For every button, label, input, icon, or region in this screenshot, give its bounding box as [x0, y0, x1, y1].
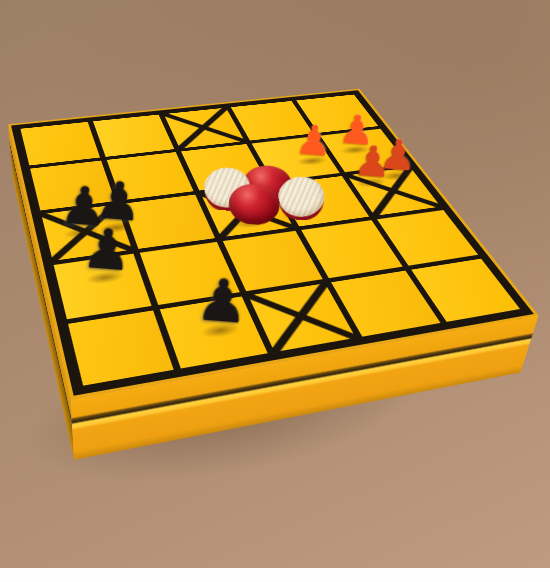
piece-body: ♟ [294, 119, 334, 162]
cell-r1c1 [20, 122, 100, 166]
cell-r4c1: ♟ [54, 254, 152, 319]
cell-r1c2 [93, 115, 174, 157]
scene: ♟♟♟♟♟♟♟♟ [0, 0, 550, 582]
piece-body: ♟ [194, 270, 251, 332]
cell-r3c5-safe-cross: ♟♟ [347, 167, 441, 216]
cell-r1c3-safe-cross [164, 108, 246, 149]
page-margin [0, 568, 550, 582]
cell-r4c4 [301, 220, 402, 278]
piece-body: ♟ [353, 139, 394, 184]
piece-body [277, 175, 326, 219]
piece-body: ♟ [81, 220, 135, 279]
pawn-glyph: ♟ [294, 119, 334, 162]
white-face-up-throw-piece [278, 176, 325, 217]
pawn-glyph: ♟ [81, 220, 135, 279]
red-round-up-throw-piece [227, 182, 281, 227]
game-box: ♟♟♟♟♟♟♟♟ [8, 89, 539, 399]
photo-of-game-box: ♟♟♟♟♟♟♟♟ [0, 0, 550, 582]
cell-r5c2: ♟ [160, 296, 267, 368]
cell-r5c1 [68, 310, 174, 386]
piece-body [227, 182, 281, 227]
pawn-glyph: ♟ [353, 139, 394, 184]
pawn-glyph: ♟ [194, 270, 251, 332]
